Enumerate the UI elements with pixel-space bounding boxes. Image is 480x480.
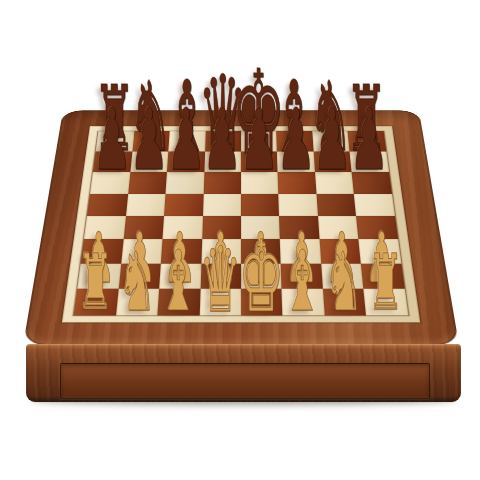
square-f5[interactable] (278, 193, 317, 215)
square-e5[interactable] (240, 193, 278, 215)
product-photo: ♜♞♝♛♚♝♞♜♟♟♟♟♟♟♟♟♟♟♟♟♟♟♟♟♜♞♝♛♚♝♞♜ (0, 0, 480, 480)
square-a5[interactable] (87, 193, 128, 215)
square-g5[interactable] (316, 193, 356, 215)
storage-drawer[interactable] (60, 363, 430, 399)
square-h5[interactable] (354, 193, 395, 215)
square-d5[interactable] (202, 193, 240, 215)
square-c5[interactable] (164, 193, 203, 215)
white-rook[interactable]: ♜ (361, 244, 409, 321)
black-pawn[interactable]: ♟ (342, 98, 395, 183)
square-b5[interactable] (125, 193, 165, 215)
box-front-face (26, 344, 461, 402)
